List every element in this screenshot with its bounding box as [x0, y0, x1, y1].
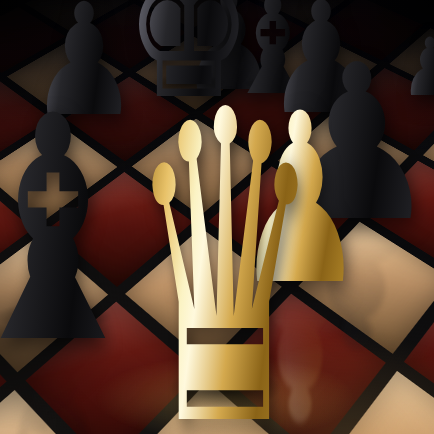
- piece-gold-queen-center[interactable]: ♛: [129, 55, 322, 434]
- pieces-layer: ♟♚♟♝♟♟♟♟♝♝♟♟♛♛: [0, 0, 434, 434]
- chess-3d-scene: ♟♚♟♝♟♟♟♟♝♝♟♟♛♛: [0, 0, 434, 434]
